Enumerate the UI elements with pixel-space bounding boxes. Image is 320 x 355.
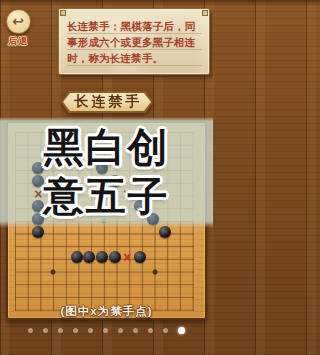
pagination-dot[interactable] [73, 328, 78, 333]
app-root: { "game": "五子棋 (Gomoku / Renju) — forbid… [0, 0, 213, 355]
panel-corner-nub-right [202, 10, 208, 16]
star-point [51, 269, 56, 274]
title-line-2: 意五子 [0, 172, 213, 221]
back-button[interactable]: ↩ 后退 [5, 9, 31, 49]
pagination-dot[interactable] [28, 328, 33, 333]
banner-label: 长连禁手 [63, 93, 151, 111]
pagination-dot[interactable] [133, 328, 138, 333]
section-banner: 长连禁手 [61, 91, 153, 113]
pagination-dot[interactable] [148, 328, 153, 333]
rule-text: 长连禁手：黑棋落子后，同事形成六个或更多黑子相连时，称为长连禁手。 [67, 18, 202, 66]
panel-corner-nub-left [60, 10, 66, 16]
title-line-1: 黑白创 [0, 123, 213, 172]
pagination-dot[interactable] [88, 328, 93, 333]
thumbnail-title: 黑白创 意五子 [0, 123, 213, 221]
star-point [152, 269, 157, 274]
pagination-dot[interactable] [58, 328, 63, 333]
banner-plaque: 长连禁手 [61, 91, 153, 113]
pagination-dot[interactable] [118, 328, 123, 333]
rule-panel: 长连禁手：黑棋落子后，同事形成六个或更多黑子相连时，称为长连禁手。 [58, 8, 210, 75]
pagination-dot[interactable] [43, 328, 48, 333]
board-caption: (图中x为禁手点) [0, 304, 213, 319]
pagination-dot[interactable] [103, 328, 108, 333]
pagination-dot-active[interactable] [178, 327, 185, 334]
back-arrow-icon: ↩ [6, 9, 31, 34]
pagination-dot[interactable] [163, 328, 168, 333]
back-button-label: 后退 [5, 35, 31, 48]
pagination [0, 324, 213, 336]
